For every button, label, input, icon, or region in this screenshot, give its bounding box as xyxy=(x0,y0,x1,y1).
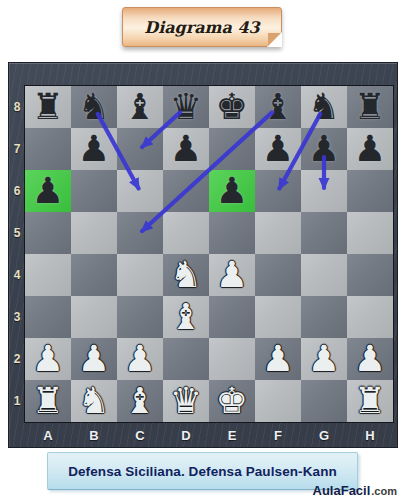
file-label-a: A xyxy=(25,422,71,449)
square-h2: ♟ xyxy=(347,338,393,380)
white-pawn-piece: ♟ xyxy=(216,254,248,296)
square-d4: ♞ xyxy=(163,254,209,296)
white-pawn-piece: ♟ xyxy=(124,338,156,380)
square-f7: ♟ xyxy=(255,128,301,170)
square-d2 xyxy=(163,338,209,380)
file-label-d: D xyxy=(163,422,209,449)
square-c8: ♝ xyxy=(117,86,163,128)
black-pawn-piece: ♟ xyxy=(262,128,294,170)
rank-label-7: 7 xyxy=(9,128,25,170)
square-c1: ♝ xyxy=(117,380,163,422)
rank-label-1: 1 xyxy=(9,380,25,422)
rank-label-2: 2 xyxy=(9,338,25,380)
black-pawn-piece: ♟ xyxy=(170,128,202,170)
square-h6 xyxy=(347,170,393,212)
square-b2: ♟ xyxy=(71,338,117,380)
square-h7: ♟ xyxy=(347,128,393,170)
square-b1: ♞ xyxy=(71,380,117,422)
square-c6 xyxy=(117,170,163,212)
square-d3: ♝ xyxy=(163,296,209,338)
white-pawn-piece: ♟ xyxy=(32,338,64,380)
caption-box: Defensa Siciliana. Defensa Paulsen-Kann xyxy=(47,452,358,490)
square-g7: ♟ xyxy=(301,128,347,170)
square-a4 xyxy=(25,254,71,296)
square-d1: ♛ xyxy=(163,380,209,422)
square-f8: ♝ xyxy=(255,86,301,128)
square-b7: ♟ xyxy=(71,128,117,170)
square-h4 xyxy=(347,254,393,296)
rank-label-3: 3 xyxy=(9,296,25,338)
rank-labels: 87654321 xyxy=(9,86,25,422)
square-h3 xyxy=(347,296,393,338)
white-pawn-piece: ♟ xyxy=(354,338,386,380)
square-d5 xyxy=(163,212,209,254)
white-rook-piece: ♜ xyxy=(32,380,64,422)
white-knight-piece: ♞ xyxy=(78,380,110,422)
white-bishop-piece: ♝ xyxy=(124,380,156,422)
white-rook-piece: ♜ xyxy=(354,380,386,422)
square-a3 xyxy=(25,296,71,338)
square-b3 xyxy=(71,296,117,338)
square-c5 xyxy=(117,212,163,254)
black-rook-piece: ♜ xyxy=(354,86,386,128)
black-knight-piece: ♞ xyxy=(308,86,340,128)
square-c7 xyxy=(117,128,163,170)
rank-label-6: 6 xyxy=(9,170,25,212)
black-pawn-piece: ♟ xyxy=(308,128,340,170)
chess-board-frame: 87654321 ♜♞♝♛♚♝♞♜♟♟♟♟♟♟♟♞♟♝♟♟♟♟♟♟♜♞♝♛♚♜ … xyxy=(8,62,398,448)
black-bishop-piece: ♝ xyxy=(262,86,294,128)
brand-suffix: .com xyxy=(371,485,397,497)
square-d8: ♛ xyxy=(163,86,209,128)
square-b6 xyxy=(71,170,117,212)
file-label-b: B xyxy=(71,422,117,449)
square-f4 xyxy=(255,254,301,296)
black-pawn-piece: ♟ xyxy=(32,170,64,212)
square-g1 xyxy=(301,380,347,422)
rank-label-5: 5 xyxy=(9,212,25,254)
square-e2 xyxy=(209,338,255,380)
diagram-title: Diagrama 43 xyxy=(144,18,259,37)
site-branding: AulaFacil .com xyxy=(313,483,397,498)
square-g3 xyxy=(301,296,347,338)
file-label-h: H xyxy=(347,422,393,449)
white-pawn-piece: ♟ xyxy=(308,338,340,380)
white-pawn-piece: ♟ xyxy=(78,338,110,380)
rank-label-4: 4 xyxy=(9,254,25,296)
white-bishop-piece: ♝ xyxy=(170,296,202,338)
square-g4 xyxy=(301,254,347,296)
square-c3 xyxy=(117,296,163,338)
square-c4 xyxy=(117,254,163,296)
square-g5 xyxy=(301,212,347,254)
square-b8: ♞ xyxy=(71,86,117,128)
square-a1: ♜ xyxy=(25,380,71,422)
square-f3 xyxy=(255,296,301,338)
square-b5 xyxy=(71,212,117,254)
file-labels: ABCDEFGH xyxy=(25,422,393,449)
file-label-f: F xyxy=(255,422,301,449)
square-a7 xyxy=(25,128,71,170)
file-label-g: G xyxy=(301,422,347,449)
file-label-c: C xyxy=(117,422,163,449)
square-g8: ♞ xyxy=(301,86,347,128)
square-a5 xyxy=(25,212,71,254)
square-h8: ♜ xyxy=(347,86,393,128)
square-f5 xyxy=(255,212,301,254)
square-d6 xyxy=(163,170,209,212)
diagram-banner: Diagrama 43 xyxy=(122,7,282,47)
square-g6 xyxy=(301,170,347,212)
square-a2: ♟ xyxy=(25,338,71,380)
chess-board: ♜♞♝♛♚♝♞♜♟♟♟♟♟♟♟♞♟♝♟♟♟♟♟♟♜♞♝♛♚♜ xyxy=(25,86,393,422)
page: Diagrama 43 87654321 ♜♞♝♛♚♝♞♜♟♟♟♟♟♟♟♞♟♝♟… xyxy=(0,0,402,501)
black-pawn-piece: ♟ xyxy=(78,128,110,170)
square-a8: ♜ xyxy=(25,86,71,128)
square-e3 xyxy=(209,296,255,338)
square-f6 xyxy=(255,170,301,212)
black-knight-piece: ♞ xyxy=(78,86,110,128)
white-queen-piece: ♛ xyxy=(170,380,202,422)
square-e6: ♟ xyxy=(209,170,255,212)
black-pawn-piece: ♟ xyxy=(354,128,386,170)
square-g2: ♟ xyxy=(301,338,347,380)
file-label-e: E xyxy=(209,422,255,449)
square-h1: ♜ xyxy=(347,380,393,422)
square-f1 xyxy=(255,380,301,422)
square-c2: ♟ xyxy=(117,338,163,380)
square-d7: ♟ xyxy=(163,128,209,170)
square-f2: ♟ xyxy=(255,338,301,380)
black-rook-piece: ♜ xyxy=(32,86,64,128)
rank-label-8: 8 xyxy=(9,86,25,128)
white-king-piece: ♚ xyxy=(216,380,248,422)
square-e1: ♚ xyxy=(209,380,255,422)
opening-name: Defensa Siciliana. Defensa Paulsen-Kann xyxy=(68,464,337,479)
square-e8: ♚ xyxy=(209,86,255,128)
square-e7 xyxy=(209,128,255,170)
white-pawn-piece: ♟ xyxy=(262,338,294,380)
square-e4: ♟ xyxy=(209,254,255,296)
square-h5 xyxy=(347,212,393,254)
black-pawn-piece: ♟ xyxy=(216,170,248,212)
square-a6: ♟ xyxy=(25,170,71,212)
square-b4 xyxy=(71,254,117,296)
black-bishop-piece: ♝ xyxy=(124,86,156,128)
black-queen-piece: ♛ xyxy=(170,86,202,128)
square-e5 xyxy=(209,212,255,254)
black-king-piece: ♚ xyxy=(216,86,248,128)
brand-name: AulaFacil xyxy=(313,483,371,498)
white-knight-piece: ♞ xyxy=(170,254,202,296)
